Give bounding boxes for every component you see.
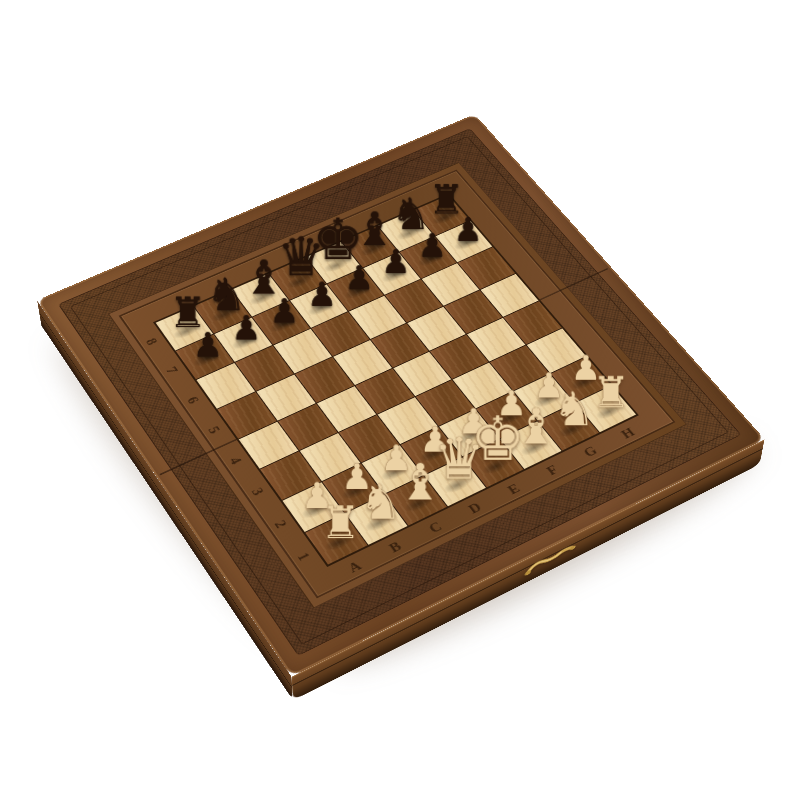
board-top: 87654321 ABCDEFGH ♜♞♝♛♚♝♞♜♟♟♟♟♟♟♟♟♟♟♟♟♟♟… [37,114,765,676]
piece-white-rook[interactable]: ♜ [298,500,383,545]
chess-box: 87654321 ABCDEFGH ♜♞♝♛♚♝♞♜♟♟♟♟♟♟♟♟♟♟♟♟♟♟… [37,114,765,676]
photo-background: 87654321 ABCDEFGH ♜♞♝♛♚♝♞♜♟♟♟♟♟♟♟♟♟♟♟♟♟♟… [0,0,800,800]
